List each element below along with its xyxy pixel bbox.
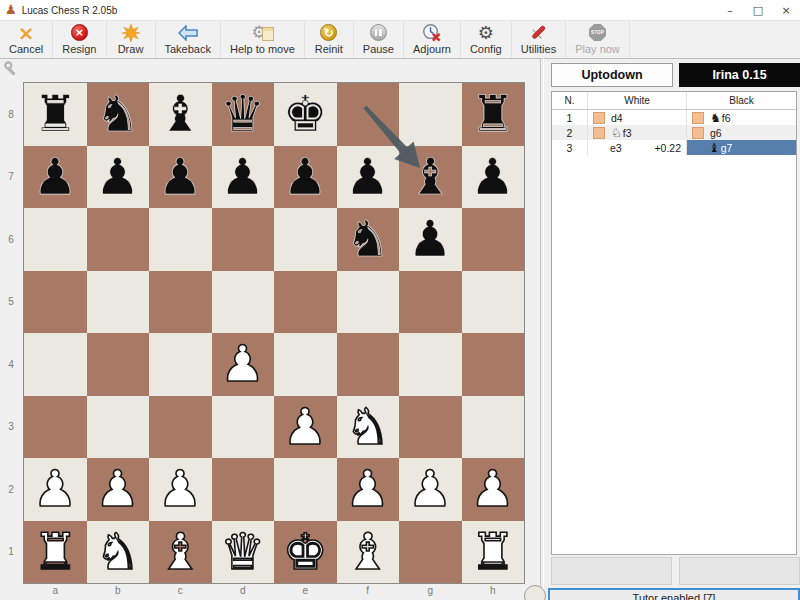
- move-number: 1: [552, 110, 588, 125]
- square-c2[interactable]: ♟: [149, 458, 212, 521]
- moves-header-n: N.: [552, 92, 588, 109]
- piece-bb-g7: ♝: [408, 146, 453, 208]
- move-row-2: 2♘f3g6: [552, 125, 796, 140]
- move-piece-glyph: ♘: [611, 127, 622, 139]
- square-c3[interactable]: [149, 396, 212, 459]
- piece-br-a8: ♜: [33, 83, 78, 145]
- square-h2[interactable]: ♟: [462, 458, 525, 521]
- square-b2[interactable]: ♟: [87, 458, 150, 521]
- square-h4[interactable]: [462, 333, 525, 396]
- book-move-icon: [692, 112, 704, 124]
- square-b3[interactable]: [87, 396, 150, 459]
- square-f3[interactable]: ♞: [337, 396, 400, 459]
- toolbar-button-cancel[interactable]: ×Cancel: [0, 21, 53, 58]
- tutor-enabled-button[interactable]: Tutor enabled [7]: [548, 588, 800, 600]
- file-label-b: b: [87, 585, 150, 599]
- square-b1[interactable]: ♞: [87, 521, 150, 584]
- moves-header-row: N. White Black: [552, 92, 796, 110]
- square-a2[interactable]: ♟: [24, 458, 87, 521]
- piece-wp-h2: ♟: [470, 458, 515, 520]
- piece-bq-d8: ♛: [220, 83, 265, 145]
- help-icon: ⚙: [251, 23, 273, 42]
- close-button[interactable]: ×: [772, 0, 800, 20]
- move-row-3: 3e3+0.22♝g7: [552, 140, 796, 155]
- chess-board: ♜♞♝♛♚♜♟♟♟♟♟♟♝♟♞♟♟♟♞♟♟♟♟♟♟♜♞♝♛♚♝♜: [24, 83, 524, 583]
- piece-wr-h1: ♜: [470, 521, 515, 583]
- toolbar-button-config[interactable]: ⚙Config: [461, 21, 512, 58]
- square-d1[interactable]: ♛: [212, 521, 275, 584]
- move-text: g6: [710, 127, 722, 139]
- minimize-button[interactable]: –: [716, 0, 744, 20]
- move-text: g7: [721, 142, 733, 154]
- piece-bp-d7: ♟: [220, 146, 265, 208]
- player-name-button[interactable]: Uptodown: [551, 63, 673, 87]
- toolbar-label-help-to-move: Help to move: [230, 42, 295, 56]
- square-a8[interactable]: ♜: [24, 83, 87, 146]
- square-b6[interactable]: [87, 208, 150, 271]
- piece-bp-c7: ♟: [158, 146, 203, 208]
- moves-table: N. White Black 1d4♞f62♘f3g63e3+0.22♝g7: [551, 91, 797, 555]
- square-e7[interactable]: ♟: [274, 146, 337, 209]
- square-e2[interactable]: [274, 458, 337, 521]
- move-text: e3: [610, 142, 622, 154]
- piece-bp-g6: ♟: [408, 208, 453, 270]
- move-text: f6: [722, 112, 731, 124]
- square-c5[interactable]: [149, 271, 212, 334]
- file-label-a: a: [24, 585, 87, 599]
- piece-bp-e7: ♟: [283, 146, 328, 208]
- square-a7[interactable]: ♟: [24, 146, 87, 209]
- square-e1[interactable]: ♚: [274, 521, 337, 584]
- panel-divider: [540, 58, 544, 600]
- piece-wn-b1: ♞: [95, 521, 140, 583]
- piece-bn-f6: ♞: [345, 208, 390, 270]
- stop-icon: STOP: [589, 23, 606, 42]
- square-h8[interactable]: ♜: [462, 83, 525, 146]
- piece-wp-b2: ♟: [95, 458, 140, 520]
- square-f2[interactable]: ♟: [337, 458, 400, 521]
- square-a1[interactable]: ♜: [24, 521, 87, 584]
- toolbar-button-draw[interactable]: Draw: [107, 21, 156, 58]
- square-c6[interactable]: [149, 208, 212, 271]
- square-h6[interactable]: [462, 208, 525, 271]
- toolbar-label-config: Config: [470, 42, 502, 56]
- square-e5[interactable]: [274, 271, 337, 334]
- rank-label-2: 2: [0, 458, 22, 521]
- footer-button-right[interactable]: [679, 557, 800, 585]
- square-b5[interactable]: [87, 271, 150, 334]
- window-title: Lucas Chess R 2.05b: [22, 5, 118, 16]
- rank-labels: 87654321: [0, 83, 22, 583]
- square-c4[interactable]: [149, 333, 212, 396]
- square-e6[interactable]: [274, 208, 337, 271]
- rank-label-1: 1: [0, 521, 22, 584]
- toolbar-label-cancel: Cancel: [9, 42, 43, 56]
- square-g2[interactable]: ♟: [399, 458, 462, 521]
- move-text: d4: [611, 112, 623, 124]
- square-c7[interactable]: ♟: [149, 146, 212, 209]
- rank-label-6: 6: [0, 208, 22, 271]
- square-a5[interactable]: [24, 271, 87, 334]
- piece-wk-e1: ♚: [283, 521, 328, 583]
- square-a4[interactable]: [24, 333, 87, 396]
- toolbar-button-takeback[interactable]: Takeback: [156, 21, 221, 58]
- move-cell-black-3[interactable]: ♝g7: [687, 140, 796, 155]
- square-g8[interactable]: [399, 83, 462, 146]
- piece-bp-a7: ♟: [33, 146, 78, 208]
- piece-bp-f7: ♟: [345, 146, 390, 208]
- move-piece-glyph: ♝: [709, 142, 720, 154]
- right-panel: Uptodown Irina 0.15 N. White Black 1d4♞f…: [545, 58, 800, 600]
- piece-bp-h7: ♟: [470, 146, 515, 208]
- move-piece-glyph: ♞: [710, 112, 721, 124]
- square-d2[interactable]: [212, 458, 275, 521]
- square-d3[interactable]: [212, 396, 275, 459]
- square-f8[interactable]: [337, 83, 400, 146]
- file-label-h: h: [462, 585, 525, 599]
- panel-footer: [551, 557, 800, 585]
- rank-label-7: 7: [0, 146, 22, 209]
- piece-wp-d4: ♟: [220, 333, 265, 395]
- square-h3[interactable]: [462, 396, 525, 459]
- piece-wq-d1: ♛: [220, 521, 265, 583]
- toolbar-label-draw: Draw: [118, 42, 144, 56]
- piece-wb-f1: ♝: [345, 521, 390, 583]
- square-g1[interactable]: [399, 521, 462, 584]
- file-label-f: f: [337, 585, 400, 599]
- square-b8[interactable]: ♞: [87, 83, 150, 146]
- piece-wp-f2: ♟: [345, 458, 390, 520]
- square-b7[interactable]: ♟: [87, 146, 150, 209]
- maximize-button[interactable]: □: [744, 0, 772, 20]
- toolbar-label-takeback: Takeback: [165, 42, 211, 56]
- pause-icon: [370, 23, 387, 42]
- move-cell-black-2[interactable]: g6: [687, 125, 796, 140]
- square-d4[interactable]: ♟: [212, 333, 275, 396]
- window-controls: – □ ×: [716, 0, 800, 20]
- reinit-icon: ↻: [320, 23, 337, 42]
- rank-label-8: 8: [0, 83, 22, 146]
- piece-wb-c1: ♝: [158, 521, 203, 583]
- file-label-d: d: [212, 585, 275, 599]
- takeback-icon: [178, 23, 198, 42]
- piece-bp-b7: ♟: [95, 146, 140, 208]
- square-d5[interactable]: [212, 271, 275, 334]
- file-labels: abcdefgh: [24, 585, 524, 599]
- toolbar-button-adjourn[interactable]: Adjourn: [404, 21, 461, 58]
- toolbar-label-resign: Resign: [62, 42, 96, 56]
- moves-header-black: Black: [687, 92, 796, 109]
- square-d8[interactable]: ♛: [212, 83, 275, 146]
- piece-wr-a1: ♜: [33, 521, 78, 583]
- toolbar-label-utilities: Utilities: [521, 42, 556, 56]
- book-move-icon: [593, 112, 605, 124]
- app-pawn-icon: ♟: [5, 1, 17, 19]
- move-eval: +0.22: [654, 142, 681, 154]
- square-f6[interactable]: ♞: [337, 208, 400, 271]
- toolbar-button-pause[interactable]: Pause: [354, 21, 404, 58]
- board-frame: ♜♞♝♛♚♜♟♟♟♟♟♟♝♟♞♟♟♟♞♟♟♟♟♟♟♜♞♝♛♚♝♜: [23, 82, 525, 584]
- square-e3[interactable]: ♟: [274, 396, 337, 459]
- square-h1[interactable]: ♜: [462, 521, 525, 584]
- square-d6[interactable]: [212, 208, 275, 271]
- moves-header-white: White: [588, 92, 687, 109]
- file-label-e: e: [274, 585, 337, 599]
- square-a6[interactable]: [24, 208, 87, 271]
- piece-wp-a2: ♟: [33, 458, 78, 520]
- toolbar-label-adjourn: Adjourn: [413, 42, 451, 56]
- piece-bk-e8: ♚: [283, 83, 328, 145]
- cancel-icon: ×: [18, 23, 35, 42]
- move-cell-white-2[interactable]: ♘f3: [588, 125, 687, 140]
- book-move-icon: [593, 127, 605, 139]
- square-d7[interactable]: ♟: [212, 146, 275, 209]
- book-move-icon: [692, 127, 704, 139]
- square-b4[interactable]: [87, 333, 150, 396]
- wrench-icon[interactable]: [4, 61, 19, 76]
- resign-icon: ×: [71, 23, 88, 42]
- rank-label-4: 4: [0, 333, 22, 396]
- move-text: f3: [623, 127, 632, 139]
- move-cell-white-1[interactable]: d4: [588, 110, 687, 125]
- draw-icon: [122, 23, 140, 42]
- rank-label-5: 5: [0, 271, 22, 334]
- toolbar-button-reinit[interactable]: ↻Reinit: [305, 21, 354, 58]
- piece-wn-f3: ♞: [345, 396, 390, 458]
- square-e4[interactable]: [274, 333, 337, 396]
- piece-wp-e3: ♟: [283, 396, 328, 458]
- title-bar: ♟ Lucas Chess R 2.05b – □ ×: [0, 0, 800, 21]
- square-c1[interactable]: ♝: [149, 521, 212, 584]
- toolbar-button-utilities[interactable]: Utilities: [512, 21, 566, 58]
- round-widget: [524, 585, 546, 600]
- square-h5[interactable]: [462, 271, 525, 334]
- square-e8[interactable]: ♚: [274, 83, 337, 146]
- move-number: 3: [552, 140, 588, 155]
- utilities-icon: [529, 23, 548, 42]
- piece-bn-b8: ♞: [95, 83, 140, 145]
- toolbar: ×Cancel×ResignDrawTakeback⚙Help to move↻…: [0, 21, 800, 59]
- square-f5[interactable]: [337, 271, 400, 334]
- square-g3[interactable]: [399, 396, 462, 459]
- toolbar-label-pause: Pause: [363, 42, 394, 56]
- move-number: 2: [552, 125, 588, 140]
- square-c8[interactable]: ♝: [149, 83, 212, 146]
- square-g6[interactable]: ♟: [399, 208, 462, 271]
- square-f1[interactable]: ♝: [337, 521, 400, 584]
- toolbar-button-play-now: STOPPlay now: [566, 21, 630, 58]
- footer-button-left[interactable]: [551, 557, 672, 585]
- square-h7[interactable]: ♟: [462, 146, 525, 209]
- square-g4[interactable]: [399, 333, 462, 396]
- square-g5[interactable]: [399, 271, 462, 334]
- square-f7[interactable]: ♟: [337, 146, 400, 209]
- move-row-1: 1d4♞f6: [552, 110, 796, 125]
- toolbar-button-help-to-move[interactable]: ⚙Help to move: [221, 21, 305, 58]
- toolbar-label-reinit: Reinit: [315, 42, 343, 56]
- square-g7[interactable]: ♝: [399, 146, 462, 209]
- file-label-c: c: [149, 585, 212, 599]
- engine-name-button[interactable]: Irina 0.15: [679, 63, 800, 87]
- toolbar-label-play-now: Play now: [575, 42, 620, 56]
- piece-bb-c8: ♝: [158, 83, 203, 145]
- move-cell-white-3[interactable]: e3+0.22: [588, 140, 687, 155]
- toolbar-button-resign[interactable]: ×Resign: [53, 21, 106, 58]
- piece-br-h8: ♜: [470, 83, 515, 145]
- piece-wp-c2: ♟: [158, 458, 203, 520]
- piece-wp-g2: ♟: [408, 458, 453, 520]
- rank-label-3: 3: [0, 396, 22, 459]
- square-a3[interactable]: [24, 396, 87, 459]
- move-cell-black-1[interactable]: ♞f6: [687, 110, 796, 125]
- square-f4[interactable]: [337, 333, 400, 396]
- file-label-g: g: [399, 585, 462, 599]
- config-icon: ⚙: [478, 23, 494, 42]
- adjourn-icon: [422, 23, 441, 42]
